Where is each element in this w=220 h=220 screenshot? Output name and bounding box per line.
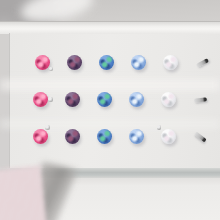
opal-ball-purple (65, 92, 80, 107)
pink-opal-stud (33, 92, 48, 107)
block-top-edge (0, 21, 220, 34)
stud-pin-tip (157, 125, 162, 130)
slot-r3c4 (120, 118, 152, 155)
opal-ball-blue (99, 55, 114, 70)
block-left-edge-line (9, 33, 10, 179)
pink-opal-stud (35, 55, 50, 70)
opal-ball-pink (35, 55, 50, 70)
photo-scene (0, 0, 220, 220)
bare-stud-pin (193, 97, 206, 102)
light-blue-opal-stud (131, 55, 146, 70)
block-left-sliver (0, 34, 9, 178)
purple-opal-stud (65, 129, 80, 144)
slot-r1c1 (24, 44, 56, 81)
opal-ball-purple (67, 55, 82, 70)
bare-stud-pin (194, 131, 207, 142)
opal-ball-light-blue (131, 55, 146, 70)
slot-r2c1 (24, 81, 56, 118)
light-blue-opal-stud (129, 92, 144, 107)
opal-ball-blue (97, 129, 112, 144)
slot-r1c2 (56, 44, 88, 81)
slot-r2c3 (88, 81, 120, 118)
slot-r1c6 (184, 44, 216, 81)
bare-stud-pin (196, 58, 209, 68)
pink-opal-stud (33, 129, 48, 144)
opal-ball-white (163, 55, 178, 70)
stud-pin-tip (49, 67, 54, 72)
opal-ball-blue (97, 92, 112, 107)
stud-pin-tip (45, 125, 50, 130)
slot-r1c5 (152, 44, 184, 81)
stud-pin-tip (48, 97, 53, 102)
opal-ball-light-blue (129, 92, 144, 107)
purple-opal-stud (67, 55, 82, 70)
slot-r1c4 (120, 44, 152, 81)
slot-r3c1 (24, 118, 56, 155)
opal-ball-white (161, 129, 176, 144)
slot-r3c3 (88, 118, 120, 155)
white-opal-stud (161, 129, 176, 144)
light-blue-opal-stud (129, 129, 144, 144)
opal-ball-pink (33, 92, 48, 107)
blue-opal-stud (97, 92, 112, 107)
opal-ball-light-blue (129, 129, 144, 144)
slot-r2c5 (152, 81, 184, 118)
slot-r2c2 (56, 81, 88, 118)
stud-grid (24, 44, 216, 155)
blue-opal-stud (97, 129, 112, 144)
opal-ball-purple (65, 129, 80, 144)
white-opal-stud (161, 92, 176, 107)
slot-r3c2 (56, 118, 88, 155)
blue-opal-stud (99, 55, 114, 70)
slot-r1c3 (88, 44, 120, 81)
slot-r3c6 (184, 118, 216, 155)
slot-r3c5 (152, 118, 184, 155)
opal-ball-white (161, 92, 176, 107)
slot-r2c4 (120, 81, 152, 118)
pink-fabric-blur (0, 165, 47, 220)
opal-ball-pink (33, 129, 48, 144)
slot-r2c6 (184, 81, 216, 118)
purple-opal-stud (65, 92, 80, 107)
white-opal-stud (163, 55, 178, 70)
